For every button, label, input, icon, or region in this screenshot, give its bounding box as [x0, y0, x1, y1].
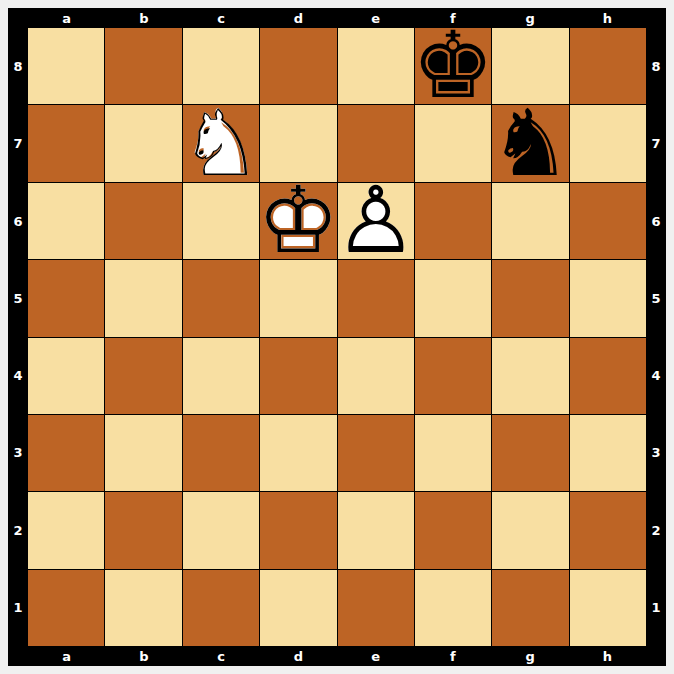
square-d5[interactable]: [260, 260, 336, 336]
rank-label-4: 4: [646, 337, 666, 414]
piece-outline: ♔: [260, 183, 336, 259]
square-b7[interactable]: [105, 105, 181, 181]
square-e5[interactable]: [338, 260, 414, 336]
file-label-g: g: [492, 8, 569, 28]
square-h2[interactable]: [570, 492, 646, 568]
square-f4[interactable]: [415, 338, 491, 414]
file-labels-top: abcdefgh: [28, 8, 646, 28]
square-g7[interactable]: ♞: [492, 105, 568, 181]
rank-label-5: 5: [8, 260, 28, 337]
square-b6[interactable]: [105, 183, 181, 259]
rank-label-7: 7: [646, 105, 666, 182]
square-g4[interactable]: [492, 338, 568, 414]
file-label-d: d: [260, 8, 337, 28]
square-f7[interactable]: [415, 105, 491, 181]
square-d4[interactable]: [260, 338, 336, 414]
square-a1[interactable]: [28, 570, 104, 646]
square-h8[interactable]: [570, 28, 646, 104]
square-e4[interactable]: [338, 338, 414, 414]
square-e1[interactable]: [338, 570, 414, 646]
file-label-c: c: [183, 646, 260, 666]
rank-label-3: 3: [646, 414, 666, 491]
rank-label-6: 6: [8, 183, 28, 260]
rank-label-4: 4: [8, 337, 28, 414]
file-label-h: h: [569, 646, 646, 666]
file-label-g: g: [492, 646, 569, 666]
piece-outline: ♘: [183, 105, 259, 181]
square-h5[interactable]: [570, 260, 646, 336]
square-f5[interactable]: [415, 260, 491, 336]
square-a3[interactable]: [28, 415, 104, 491]
square-h6[interactable]: [570, 183, 646, 259]
square-a4[interactable]: [28, 338, 104, 414]
file-label-b: b: [105, 8, 182, 28]
square-d3[interactable]: [260, 415, 336, 491]
white-pawn-e6[interactable]: ♟♙: [338, 183, 414, 259]
square-f2[interactable]: [415, 492, 491, 568]
square-b3[interactable]: [105, 415, 181, 491]
square-e6[interactable]: ♟♙: [338, 183, 414, 259]
square-f6[interactable]: [415, 183, 491, 259]
square-b1[interactable]: [105, 570, 181, 646]
square-c5[interactable]: [183, 260, 259, 336]
square-a6[interactable]: [28, 183, 104, 259]
square-h1[interactable]: [570, 570, 646, 646]
white-knight-c7[interactable]: ♞♘: [183, 105, 259, 181]
file-label-c: c: [183, 8, 260, 28]
chess-board-frame: abcdefgh 87654321 ♚♞♘♞♚♔♟♙ 87654321 abcd…: [8, 8, 666, 666]
rank-label-2: 2: [646, 492, 666, 569]
file-label-b: b: [105, 646, 182, 666]
white-king-d6[interactable]: ♚♔: [260, 183, 336, 259]
square-h7[interactable]: [570, 105, 646, 181]
black-king-f8[interactable]: ♚: [415, 28, 491, 104]
square-d1[interactable]: [260, 570, 336, 646]
file-label-e: e: [337, 646, 414, 666]
square-h4[interactable]: [570, 338, 646, 414]
square-b4[interactable]: [105, 338, 181, 414]
square-c3[interactable]: [183, 415, 259, 491]
file-label-h: h: [569, 8, 646, 28]
square-a7[interactable]: [28, 105, 104, 181]
square-g3[interactable]: [492, 415, 568, 491]
square-e2[interactable]: [338, 492, 414, 568]
file-label-d: d: [260, 646, 337, 666]
square-d6[interactable]: ♚♔: [260, 183, 336, 259]
square-f1[interactable]: [415, 570, 491, 646]
square-c7[interactable]: ♞♘: [183, 105, 259, 181]
rank-label-1: 1: [8, 569, 28, 646]
file-labels-bottom: abcdefgh: [28, 646, 646, 666]
square-f8[interactable]: ♚: [415, 28, 491, 104]
square-c4[interactable]: [183, 338, 259, 414]
square-h3[interactable]: [570, 415, 646, 491]
square-c1[interactable]: [183, 570, 259, 646]
square-a8[interactable]: [28, 28, 104, 104]
file-label-e: e: [337, 8, 414, 28]
rank-label-3: 3: [8, 414, 28, 491]
square-b8[interactable]: [105, 28, 181, 104]
file-label-a: a: [28, 8, 105, 28]
square-c6[interactable]: [183, 183, 259, 259]
rank-label-5: 5: [646, 260, 666, 337]
rank-label-6: 6: [646, 183, 666, 260]
file-label-f: f: [414, 646, 491, 666]
rank-label-8: 8: [8, 28, 28, 105]
chess-board: ♚♞♘♞♚♔♟♙: [28, 28, 646, 646]
file-label-a: a: [28, 646, 105, 666]
square-e8[interactable]: [338, 28, 414, 104]
square-g1[interactable]: [492, 570, 568, 646]
square-a5[interactable]: [28, 260, 104, 336]
rank-label-7: 7: [8, 105, 28, 182]
piece-outline: ♙: [338, 183, 414, 259]
square-g2[interactable]: [492, 492, 568, 568]
square-a2[interactable]: [28, 492, 104, 568]
rank-label-2: 2: [8, 492, 28, 569]
square-g6[interactable]: [492, 183, 568, 259]
square-c2[interactable]: [183, 492, 259, 568]
black-knight-g7[interactable]: ♞: [492, 105, 568, 181]
rank-labels-left: 87654321: [8, 28, 28, 646]
square-d8[interactable]: [260, 28, 336, 104]
square-b2[interactable]: [105, 492, 181, 568]
square-e3[interactable]: [338, 415, 414, 491]
square-g5[interactable]: [492, 260, 568, 336]
rank-labels-right: 87654321: [646, 28, 666, 646]
square-d2[interactable]: [260, 492, 336, 568]
square-b5[interactable]: [105, 260, 181, 336]
rank-label-8: 8: [646, 28, 666, 105]
square-f3[interactable]: [415, 415, 491, 491]
rank-label-1: 1: [646, 569, 666, 646]
